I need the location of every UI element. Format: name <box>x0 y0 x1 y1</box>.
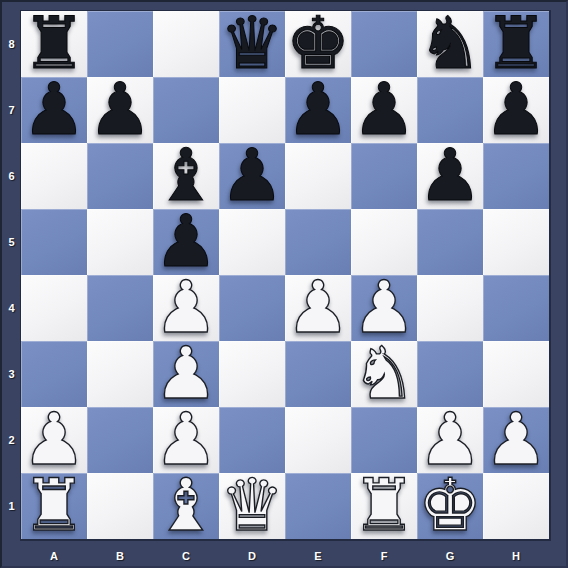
white-knight-f3[interactable]: ♞ <box>351 341 417 407</box>
file-label-g: G <box>417 541 483 568</box>
square-f7[interactable]: ♟ <box>351 77 417 143</box>
black-pawn-b7[interactable]: ♟ <box>87 77 153 143</box>
file-label-h: H <box>483 541 549 568</box>
file-label-b: B <box>87 541 153 568</box>
black-knight-g8[interactable]: ♞ <box>417 11 483 77</box>
square-b2[interactable] <box>87 407 153 473</box>
black-pawn-f7[interactable]: ♟ <box>351 77 417 143</box>
white-king-g1[interactable]: ♚ <box>417 473 483 539</box>
square-g4[interactable] <box>417 275 483 341</box>
file-labels: ABCDEFGH <box>21 541 549 568</box>
square-a4[interactable] <box>21 275 87 341</box>
square-d6[interactable]: ♟ <box>219 143 285 209</box>
square-c8[interactable] <box>153 11 219 77</box>
square-h6[interactable] <box>483 143 549 209</box>
file-label-c: C <box>153 541 219 568</box>
black-pawn-a7[interactable]: ♟ <box>21 77 87 143</box>
square-b5[interactable] <box>87 209 153 275</box>
square-d3[interactable] <box>219 341 285 407</box>
file-label-e: E <box>285 541 351 568</box>
square-c1[interactable]: ♝ <box>153 473 219 539</box>
white-pawn-e4[interactable]: ♟ <box>285 275 351 341</box>
rank-labels: 87654321 <box>2 11 21 539</box>
square-g5[interactable] <box>417 209 483 275</box>
white-pawn-h2[interactable]: ♟ <box>483 407 549 473</box>
chess-board: ♜♛♚♞♜♟♟♟♟♟♝♟♟♟♟♟♟♟♞♟♟♟♟♜♝♛♜♚ <box>20 10 551 541</box>
square-g8[interactable]: ♞ <box>417 11 483 77</box>
square-d4[interactable] <box>219 275 285 341</box>
square-h7[interactable]: ♟ <box>483 77 549 143</box>
square-d5[interactable] <box>219 209 285 275</box>
file-label-d: D <box>219 541 285 568</box>
square-e2[interactable] <box>285 407 351 473</box>
square-g6[interactable]: ♟ <box>417 143 483 209</box>
square-b7[interactable]: ♟ <box>87 77 153 143</box>
rank-label-8: 8 <box>2 11 21 77</box>
square-b6[interactable] <box>87 143 153 209</box>
white-queen-d1[interactable]: ♛ <box>219 473 285 539</box>
square-a7[interactable]: ♟ <box>21 77 87 143</box>
file-label-f: F <box>351 541 417 568</box>
square-f6[interactable] <box>351 143 417 209</box>
rank-label-6: 6 <box>2 143 21 209</box>
square-a6[interactable] <box>21 143 87 209</box>
white-rook-a1[interactable]: ♜ <box>21 473 87 539</box>
square-g1[interactable]: ♚ <box>417 473 483 539</box>
square-e6[interactable] <box>285 143 351 209</box>
square-d1[interactable]: ♛ <box>219 473 285 539</box>
square-a5[interactable] <box>21 209 87 275</box>
square-e4[interactable]: ♟ <box>285 275 351 341</box>
square-b1[interactable] <box>87 473 153 539</box>
rank-label-5: 5 <box>2 209 21 275</box>
black-pawn-g6[interactable]: ♟ <box>417 143 483 209</box>
square-e3[interactable] <box>285 341 351 407</box>
square-e7[interactable]: ♟ <box>285 77 351 143</box>
square-d8[interactable]: ♛ <box>219 11 285 77</box>
black-pawn-e7[interactable]: ♟ <box>285 77 351 143</box>
square-h4[interactable] <box>483 275 549 341</box>
black-queen-d8[interactable]: ♛ <box>219 11 285 77</box>
rank-label-2: 2 <box>2 407 21 473</box>
black-pawn-d6[interactable]: ♟ <box>219 143 285 209</box>
rank-label-1: 1 <box>2 473 21 539</box>
square-f1[interactable]: ♜ <box>351 473 417 539</box>
file-label-a: A <box>21 541 87 568</box>
square-h5[interactable] <box>483 209 549 275</box>
white-rook-f1[interactable]: ♜ <box>351 473 417 539</box>
square-b3[interactable] <box>87 341 153 407</box>
black-pawn-h7[interactable]: ♟ <box>483 77 549 143</box>
rank-label-3: 3 <box>2 341 21 407</box>
white-bishop-c1[interactable]: ♝ <box>153 473 219 539</box>
square-b4[interactable] <box>87 275 153 341</box>
square-a1[interactable]: ♜ <box>21 473 87 539</box>
rank-label-4: 4 <box>2 275 21 341</box>
square-h2[interactable]: ♟ <box>483 407 549 473</box>
board-frame: 87654321 ♜♛♚♞♜♟♟♟♟♟♝♟♟♟♟♟♟♟♞♟♟♟♟♜♝♛♜♚ AB… <box>0 0 568 568</box>
square-f3[interactable]: ♞ <box>351 341 417 407</box>
square-e1[interactable] <box>285 473 351 539</box>
square-h1[interactable] <box>483 473 549 539</box>
rank-label-7: 7 <box>2 77 21 143</box>
